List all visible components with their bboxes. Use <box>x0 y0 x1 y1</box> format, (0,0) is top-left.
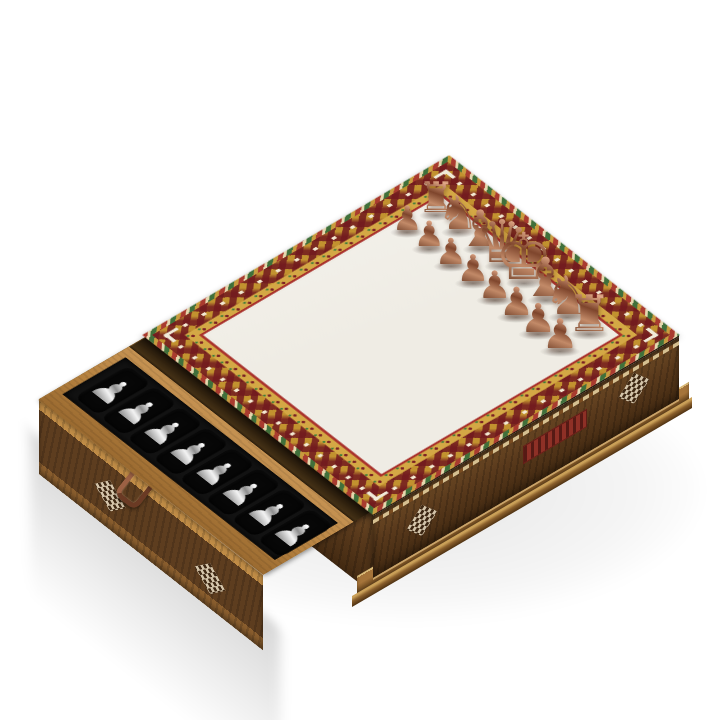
chess-set-photo: ♟♟♟♟♟♟♟♟ ♜♞♝♛♚♝♞♜♟♟♟♟♟♟♟♟ <box>0 0 720 720</box>
corner-inlay <box>164 327 187 342</box>
pawn-glyph: ♟ <box>542 314 579 355</box>
corner-inlay <box>366 485 389 500</box>
checker-inlay-motif <box>406 505 437 536</box>
corner-inlay <box>636 327 659 342</box>
checker-inlay-motif <box>194 563 225 594</box>
